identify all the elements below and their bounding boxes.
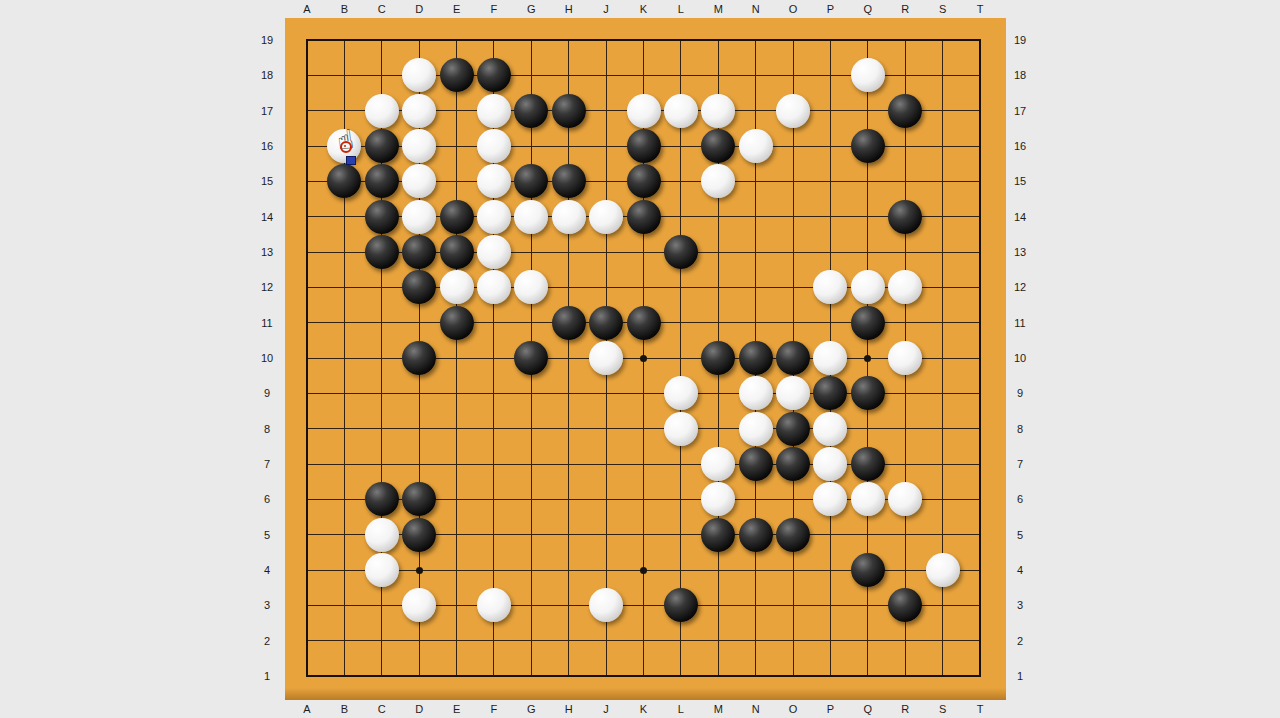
row-label-right-10: 10 (1014, 352, 1026, 364)
black-stone-m5[interactable] (701, 518, 735, 552)
row-label-right-13: 13 (1014, 246, 1026, 258)
black-stone-q11[interactable] (851, 306, 885, 340)
white-stone-q12[interactable] (851, 270, 885, 304)
column-label-top-h: H (565, 3, 573, 15)
row-label-right-17: 17 (1014, 105, 1026, 117)
black-stone-q16[interactable] (851, 129, 885, 163)
column-label-bottom-r: R (901, 703, 909, 715)
black-stone-o5[interactable] (776, 518, 810, 552)
black-stone-l13[interactable] (664, 235, 698, 269)
black-stone-j11[interactable] (589, 306, 623, 340)
column-label-top-f: F (491, 3, 498, 15)
row-label-right-6: 6 (1017, 493, 1023, 505)
black-stone-q7[interactable] (851, 447, 885, 481)
white-stone-j10[interactable] (589, 341, 623, 375)
row-label-right-11: 11 (1014, 317, 1025, 329)
column-label-top-p: P (827, 3, 834, 15)
row-label-left-9: 9 (264, 387, 270, 399)
white-stone-l8[interactable] (664, 412, 698, 446)
column-label-top-d: D (415, 3, 423, 15)
column-label-top-g: G (527, 3, 536, 15)
row-label-right-9: 9 (1017, 387, 1023, 399)
black-stone-d5[interactable] (402, 518, 436, 552)
column-label-bottom-n: N (752, 703, 760, 715)
column-label-bottom-c: C (378, 703, 386, 715)
column-label-bottom-f: F (491, 703, 498, 715)
white-stone-f16[interactable] (477, 129, 511, 163)
row-label-left-16: 16 (261, 140, 273, 152)
star-point-d4 (416, 567, 423, 574)
column-label-top-c: C (378, 3, 386, 15)
black-stone-d10[interactable] (402, 341, 436, 375)
black-stone-k14[interactable] (627, 200, 661, 234)
black-stone-h17[interactable] (552, 94, 586, 128)
star-point-q10 (864, 355, 871, 362)
black-stone-e11[interactable] (440, 306, 474, 340)
black-stone-d13[interactable] (402, 235, 436, 269)
black-stone-h15[interactable] (552, 164, 586, 198)
column-label-top-r: R (901, 3, 909, 15)
column-label-top-k: K (640, 3, 647, 15)
row-label-right-19: 19 (1014, 34, 1026, 46)
white-stone-m17[interactable] (701, 94, 735, 128)
white-stone-h14[interactable] (552, 200, 586, 234)
column-label-bottom-k: K (640, 703, 647, 715)
white-stone-d16[interactable] (402, 129, 436, 163)
white-stone-c5[interactable] (365, 518, 399, 552)
white-stone-k17[interactable] (627, 94, 661, 128)
row-label-right-12: 12 (1014, 281, 1026, 293)
white-stone-f15[interactable] (477, 164, 511, 198)
white-stone-f12[interactable] (477, 270, 511, 304)
white-stone-o17[interactable] (776, 94, 810, 128)
column-label-bottom-p: P (827, 703, 834, 715)
row-label-right-14: 14 (1014, 211, 1026, 223)
row-label-left-4: 4 (264, 564, 270, 576)
row-label-left-5: 5 (264, 529, 270, 541)
black-stone-g17[interactable] (514, 94, 548, 128)
white-stone-q18[interactable] (851, 58, 885, 92)
black-stone-o8[interactable] (776, 412, 810, 446)
row-label-left-10: 10 (261, 352, 273, 364)
row-label-right-2: 2 (1017, 635, 1023, 647)
black-stone-r17[interactable] (888, 94, 922, 128)
column-label-bottom-a: A (303, 703, 310, 715)
black-stone-r14[interactable] (888, 200, 922, 234)
row-label-right-4: 4 (1017, 564, 1023, 576)
column-label-top-m: M (714, 3, 723, 15)
row-label-left-3: 3 (264, 599, 270, 611)
row-label-left-1: 1 (264, 670, 270, 682)
black-stone-o10[interactable] (776, 341, 810, 375)
white-stone-n9[interactable] (739, 376, 773, 410)
black-stone-n7[interactable] (739, 447, 773, 481)
row-label-left-13: 13 (261, 246, 273, 258)
black-stone-c13[interactable] (365, 235, 399, 269)
row-label-left-7: 7 (264, 458, 270, 470)
black-stone-q9[interactable] (851, 376, 885, 410)
column-label-top-e: E (453, 3, 460, 15)
white-stone-r10[interactable] (888, 341, 922, 375)
column-label-bottom-e: E (453, 703, 460, 715)
row-label-right-18: 18 (1014, 69, 1026, 81)
white-stone-l17[interactable] (664, 94, 698, 128)
column-label-bottom-s: S (939, 703, 946, 715)
white-stone-e12[interactable] (440, 270, 474, 304)
black-stone-n5[interactable] (739, 518, 773, 552)
black-stone-e14[interactable] (440, 200, 474, 234)
row-label-right-3: 3 (1017, 599, 1023, 611)
column-label-bottom-d: D (415, 703, 423, 715)
white-stone-f17[interactable] (477, 94, 511, 128)
row-label-left-11: 11 (261, 317, 272, 329)
star-point-k10 (640, 355, 647, 362)
black-stone-c16[interactable] (365, 129, 399, 163)
black-stone-k16[interactable] (627, 129, 661, 163)
white-stone-d14[interactable] (402, 200, 436, 234)
row-label-left-17: 17 (261, 105, 273, 117)
column-label-top-t: T (977, 3, 984, 15)
column-label-bottom-t: T (977, 703, 984, 715)
row-label-right-1: 1 (1017, 670, 1023, 682)
column-label-bottom-h: H (565, 703, 573, 715)
white-stone-f14[interactable] (477, 200, 511, 234)
column-label-top-a: A (303, 3, 310, 15)
row-label-right-5: 5 (1017, 529, 1023, 541)
column-label-top-o: O (789, 3, 798, 15)
row-label-left-2: 2 (264, 635, 270, 647)
white-stone-n16[interactable] (739, 129, 773, 163)
column-label-bottom-m: M (714, 703, 723, 715)
row-label-right-8: 8 (1017, 423, 1023, 435)
black-stone-c6[interactable] (365, 482, 399, 516)
black-stone-e18[interactable] (440, 58, 474, 92)
white-stone-n8[interactable] (739, 412, 773, 446)
black-stone-h11[interactable] (552, 306, 586, 340)
white-stone-g14[interactable] (514, 200, 548, 234)
column-label-top-b: B (341, 3, 348, 15)
column-label-bottom-l: L (678, 703, 684, 715)
column-label-bottom-o: O (789, 703, 798, 715)
white-stone-p8[interactable] (813, 412, 847, 446)
column-label-top-s: S (939, 3, 946, 15)
white-stone-f3[interactable] (477, 588, 511, 622)
black-stone-n10[interactable] (739, 341, 773, 375)
row-label-left-8: 8 (264, 423, 270, 435)
black-stone-c15[interactable] (365, 164, 399, 198)
white-stone-j14[interactable] (589, 200, 623, 234)
column-label-top-n: N (752, 3, 760, 15)
black-stone-k11[interactable] (627, 306, 661, 340)
black-stone-f18[interactable] (477, 58, 511, 92)
row-label-left-18: 18 (261, 69, 273, 81)
white-stone-c4[interactable] (365, 553, 399, 587)
column-label-top-l: L (678, 3, 684, 15)
row-label-left-15: 15 (261, 175, 273, 187)
white-stone-f13[interactable] (477, 235, 511, 269)
column-label-top-q: Q (864, 3, 873, 15)
black-stone-q4[interactable] (851, 553, 885, 587)
row-label-right-7: 7 (1017, 458, 1023, 470)
black-stone-e13[interactable] (440, 235, 474, 269)
white-stone-c17[interactable] (365, 94, 399, 128)
black-stone-k15[interactable] (627, 164, 661, 198)
white-stone-s4[interactable] (926, 553, 960, 587)
row-label-left-6: 6 (264, 493, 270, 505)
row-label-right-15: 15 (1014, 175, 1026, 187)
black-stone-c14[interactable] (365, 200, 399, 234)
row-label-left-12: 12 (261, 281, 273, 293)
column-label-bottom-q: Q (864, 703, 873, 715)
row-label-left-19: 19 (261, 34, 273, 46)
column-label-top-j: J (603, 3, 609, 15)
column-label-bottom-j: J (603, 703, 609, 715)
row-label-left-14: 14 (261, 211, 273, 223)
go-app-window: AABBCCDDEEFFGGHHJJKKLLMMNNOOPPQQRRSSTT19… (0, 0, 1280, 718)
black-stone-l3[interactable] (664, 588, 698, 622)
white-stone-l9[interactable] (664, 376, 698, 410)
black-stone-o7[interactable] (776, 447, 810, 481)
white-stone-q6[interactable] (851, 482, 885, 516)
column-label-bottom-g: G (527, 703, 536, 715)
row-label-right-16: 16 (1014, 140, 1026, 152)
white-stone-d17[interactable] (402, 94, 436, 128)
star-point-k4 (640, 567, 647, 574)
column-label-bottom-b: B (341, 703, 348, 715)
